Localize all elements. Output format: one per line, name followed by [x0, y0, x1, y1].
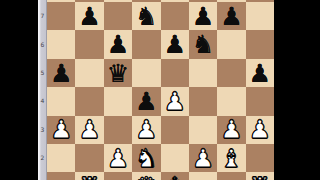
square-f5[interactable] — [189, 59, 217, 87]
square-f2[interactable]: ♟ — [189, 144, 217, 172]
square-c1[interactable] — [104, 172, 132, 180]
square-g5[interactable] — [217, 59, 245, 87]
square-b2[interactable] — [75, 144, 103, 172]
square-c6[interactable]: ♟ — [104, 30, 132, 58]
square-e5[interactable] — [161, 59, 189, 87]
square-c7[interactable] — [104, 2, 132, 30]
white-pawn-c2-piece: ♟ — [107, 146, 129, 171]
black-pawn-a5-piece: ♟ — [50, 61, 72, 86]
square-f7[interactable]: ♟ — [189, 2, 217, 30]
square-c3[interactable] — [104, 116, 132, 144]
white-pawn-a3-piece: ♟ — [50, 117, 72, 142]
square-a3[interactable]: ♟ — [47, 116, 75, 144]
square-b6[interactable] — [75, 30, 103, 58]
square-e3[interactable] — [161, 116, 189, 144]
black-knight-f6-piece: ♞ — [192, 32, 214, 57]
square-g3[interactable]: ♟ — [217, 116, 245, 144]
black-pawn-c6-piece: ♟ — [107, 32, 129, 57]
white-pawn-f2-piece: ♟ — [192, 146, 214, 171]
square-g4[interactable] — [217, 87, 245, 115]
square-h6[interactable] — [246, 30, 274, 58]
square-d5[interactable] — [132, 59, 160, 87]
square-a6[interactable] — [47, 30, 75, 58]
chess-board-grid: ♟♞♟♟♟♟♞♟♛♟♟♟♟♟♟♟♟♟♞♟♝♜♛♚♜ — [47, 0, 274, 180]
square-a7[interactable] — [47, 2, 75, 30]
black-pawn-g7-piece: ♟ — [220, 4, 242, 29]
square-a1[interactable] — [47, 172, 75, 180]
white-knight-d2-piece: ♞ — [135, 146, 157, 171]
square-h2[interactable] — [246, 144, 274, 172]
white-pawn-h3-piece: ♟ — [249, 117, 271, 142]
square-f4[interactable] — [189, 87, 217, 115]
black-pawn-f7-piece: ♟ — [192, 4, 214, 29]
square-g6[interactable] — [217, 30, 245, 58]
black-pawn-h5-piece: ♟ — [249, 61, 271, 86]
square-a5[interactable]: ♟ — [47, 59, 75, 87]
white-queen-d1-piece: ♛ — [135, 174, 157, 180]
white-pawn-b3-piece: ♟ — [78, 117, 100, 142]
square-f6[interactable]: ♞ — [189, 30, 217, 58]
square-c2[interactable]: ♟ — [104, 144, 132, 172]
white-king-e1-piece: ♚ — [163, 174, 185, 180]
square-d4[interactable]: ♟ — [132, 87, 160, 115]
black-queen-c5-piece: ♛ — [107, 61, 129, 86]
black-pawn-b7-piece: ♟ — [78, 4, 100, 29]
square-a2[interactable] — [47, 144, 75, 172]
black-pawn-e6-piece: ♟ — [163, 32, 185, 57]
rank-label-3: 3 — [38, 127, 47, 133]
square-h3[interactable]: ♟ — [246, 116, 274, 144]
chess-board: ♟♞♟♟♟♟♞♟♛♟♟♟♟♟♟♟♟♟♞♟♝♜♛♚♜ — [47, 0, 274, 180]
white-bishop-g2-piece: ♝ — [220, 146, 242, 171]
square-b3[interactable]: ♟ — [75, 116, 103, 144]
black-knight-d7-piece: ♞ — [135, 4, 157, 29]
square-h1[interactable]: ♜ — [246, 172, 274, 180]
square-d2[interactable]: ♞ — [132, 144, 160, 172]
rank-label-2: 2 — [38, 155, 47, 161]
rank-label-7: 7 — [38, 13, 47, 19]
square-d7[interactable]: ♞ — [132, 2, 160, 30]
square-c5[interactable]: ♛ — [104, 59, 132, 87]
white-pawn-g3-piece: ♟ — [220, 117, 242, 142]
square-f3[interactable] — [189, 116, 217, 144]
square-g2[interactable]: ♝ — [217, 144, 245, 172]
square-b7[interactable]: ♟ — [75, 2, 103, 30]
rank-coordinate-strip: 87654321 — [38, 0, 47, 180]
square-b4[interactable] — [75, 87, 103, 115]
square-e6[interactable]: ♟ — [161, 30, 189, 58]
square-c4[interactable] — [104, 87, 132, 115]
white-pawn-e4-piece: ♟ — [163, 89, 185, 114]
square-b5[interactable] — [75, 59, 103, 87]
square-d3[interactable]: ♟ — [132, 116, 160, 144]
square-e7[interactable] — [161, 2, 189, 30]
square-a4[interactable] — [47, 87, 75, 115]
square-f1[interactable] — [189, 172, 217, 180]
square-e4[interactable]: ♟ — [161, 87, 189, 115]
rank-label-4: 4 — [38, 98, 47, 104]
square-g1[interactable] — [217, 172, 245, 180]
square-d6[interactable] — [132, 30, 160, 58]
white-pawn-d3-piece: ♟ — [135, 117, 157, 142]
white-rook-h1-piece: ♜ — [249, 174, 271, 180]
square-h5[interactable]: ♟ — [246, 59, 274, 87]
rank-label-6: 6 — [38, 42, 47, 48]
square-b1[interactable]: ♜ — [75, 172, 103, 180]
square-h4[interactable] — [246, 87, 274, 115]
video-frame: 87654321 ♟♞♟♟♟♟♞♟♛♟♟♟♟♟♟♟♟♟♞♟♝♜♛♚♜ — [0, 0, 320, 180]
square-d1[interactable]: ♛ — [132, 172, 160, 180]
square-h7[interactable] — [246, 2, 274, 30]
square-g7[interactable]: ♟ — [217, 2, 245, 30]
rank-label-5: 5 — [38, 70, 47, 76]
square-e2[interactable] — [161, 144, 189, 172]
white-rook-b1-piece: ♜ — [78, 174, 100, 180]
square-e1[interactable]: ♚ — [161, 172, 189, 180]
black-pawn-d4-piece: ♟ — [135, 89, 157, 114]
